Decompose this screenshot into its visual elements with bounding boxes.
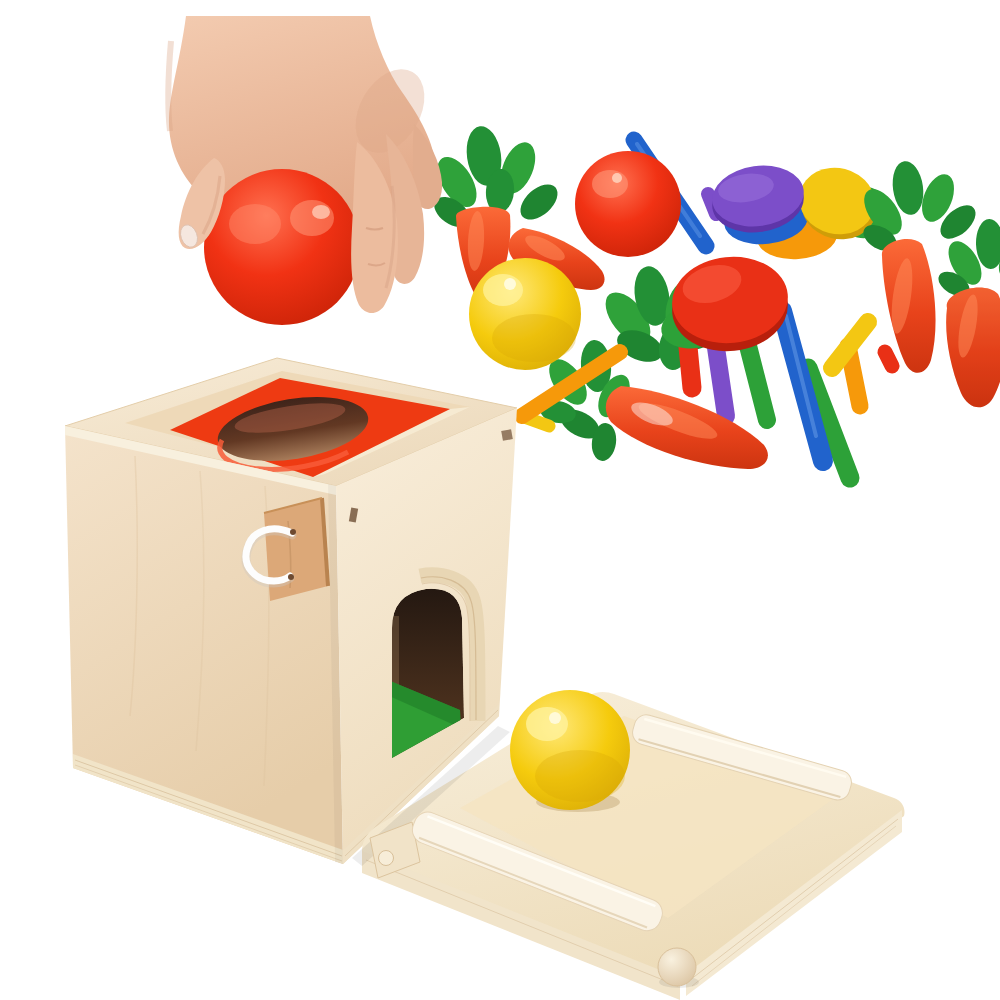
ball-shade	[492, 314, 576, 362]
held-red-ball	[204, 169, 360, 325]
stick-red-tip	[885, 352, 892, 366]
hand	[168, 16, 442, 325]
carrot	[946, 287, 1000, 407]
ball-specular	[504, 278, 516, 290]
fingers	[351, 124, 442, 313]
wrist-shade	[168, 41, 171, 131]
ball-highlight	[229, 204, 281, 244]
loop-hole	[290, 529, 296, 535]
ball-highlight	[592, 170, 628, 198]
carrot	[606, 386, 768, 469]
ball-specular	[312, 205, 330, 219]
stick-green	[746, 338, 767, 420]
loop-hole	[288, 574, 294, 580]
hinge-dowel	[379, 851, 394, 866]
scene-canvas	[40, 16, 1000, 1000]
box-left-face	[65, 426, 343, 864]
ball-specular	[612, 173, 622, 183]
ball-highlight	[483, 274, 523, 306]
cluster-yellow-ball	[469, 258, 581, 370]
ball-shade	[535, 750, 625, 802]
product-photo: Hand placing a large red wooden ball int…	[40, 16, 1000, 1000]
ball-highlight	[290, 200, 334, 236]
ball-highlight	[526, 707, 568, 741]
pull-knob	[658, 948, 696, 986]
cluster-red-ball	[575, 151, 681, 257]
tray-yellow-ball	[510, 690, 630, 810]
ball-specular	[549, 712, 561, 724]
keeper-slot	[501, 429, 513, 441]
